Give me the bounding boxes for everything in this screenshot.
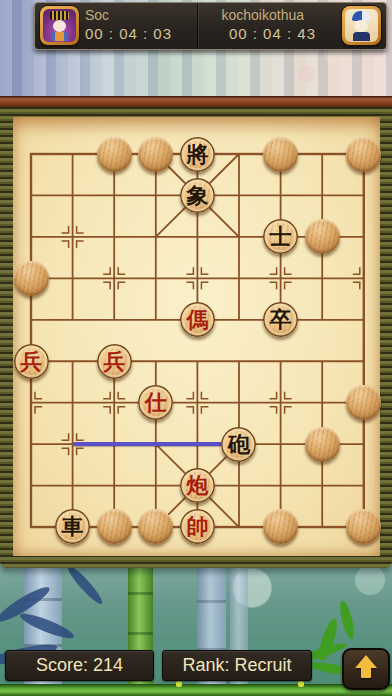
score-badge: Score: 214 [5,650,154,681]
piece-hidden-face-down[interactable] [346,137,381,172]
piece-glyph: 砲 [221,427,256,462]
piece-hidden-face-down[interactable] [97,137,132,172]
rank-badge: Rank: Recruit [162,650,312,681]
piece-hidden-face-down[interactable] [346,385,381,420]
piece-glyph: 象 [180,178,215,213]
piece-glyph: 兵 [97,344,132,379]
bamboo-sprout [176,681,182,687]
piece-hidden-face-down[interactable] [97,509,132,544]
left-player-avatar[interactable] [40,6,79,45]
piece-glyph: 車 [55,509,90,544]
boy-avatar-icon [345,9,378,42]
piece-red-soldier[interactable]: 兵 [97,344,132,379]
up-arrow-icon-stem [361,667,371,678]
board-frame-bamboo-mat: 將象士傌卒兵兵仕砲炮車帥 [0,107,392,568]
bamboo-sprout [298,681,304,687]
piece-hidden-face-down[interactable] [138,509,173,544]
players-bar: Soc 00 : 04 : 03 kochoikothua 00 : 04 : … [34,2,387,50]
piece-hidden-face-down[interactable] [14,261,49,296]
piece-red-cannon[interactable]: 炮 [180,468,215,503]
bamboo-pole [0,684,392,696]
piece-black-general[interactable]: 將 [180,137,215,172]
xiangqi-board[interactable]: 將象士傌卒兵兵仕砲炮車帥 [13,117,380,556]
emperor-hat [50,11,69,20]
piece-glyph: 士 [263,219,298,254]
boy-face [354,20,368,32]
board-frame-wood-bar [0,96,392,107]
piece-red-horse[interactable]: 傌 [180,302,215,337]
piece-hidden-face-down[interactable] [263,137,298,172]
piece-hidden-face-down[interactable] [263,509,298,544]
piece-hidden-face-down[interactable] [305,219,340,254]
right-player-name: kochoikothua [221,7,304,23]
right-player-clock: 00 : 04 : 43 [229,25,316,42]
piece-black-elephant[interactable]: 象 [180,178,215,213]
emperor-avatar-icon [43,9,76,42]
pieces-grid: 將象士傌卒兵兵仕砲炮車帥 [10,133,384,548]
piece-black-chariot[interactable]: 車 [55,509,90,544]
piece-hidden-face-down[interactable] [305,427,340,462]
piece-red-soldier[interactable]: 兵 [14,344,49,379]
piece-glyph: 卒 [263,302,298,337]
piece-black-advisor[interactable]: 士 [263,219,298,254]
piece-black-cannon[interactable]: 砲 [221,427,256,462]
piece-black-soldier[interactable]: 卒 [263,302,298,337]
piece-glyph: 炮 [180,468,215,503]
game-screen: 將象士傌卒兵兵仕砲炮車帥 Soc 00 : 04 : 03 kochoikoth… [0,0,392,696]
piece-glyph: 將 [180,137,215,172]
piece-red-advisor[interactable]: 仕 [138,385,173,420]
emperor-body [51,32,68,41]
piece-hidden-face-down[interactable] [138,137,173,172]
piece-glyph: 傌 [180,302,215,337]
piece-glyph: 仕 [138,385,173,420]
emperor-face [53,20,66,32]
raise-up-button[interactable] [342,648,390,690]
piece-glyph: 帥 [180,509,215,544]
piece-red-general[interactable]: 帥 [180,509,215,544]
boy-body [353,32,370,41]
left-player-name: Soc [85,7,109,23]
piece-hidden-face-down[interactable] [346,509,381,544]
right-player-avatar[interactable] [342,6,381,45]
left-player-clock: 00 : 04 : 03 [85,25,172,42]
players-bar-divider [197,3,198,49]
piece-glyph: 兵 [14,344,49,379]
